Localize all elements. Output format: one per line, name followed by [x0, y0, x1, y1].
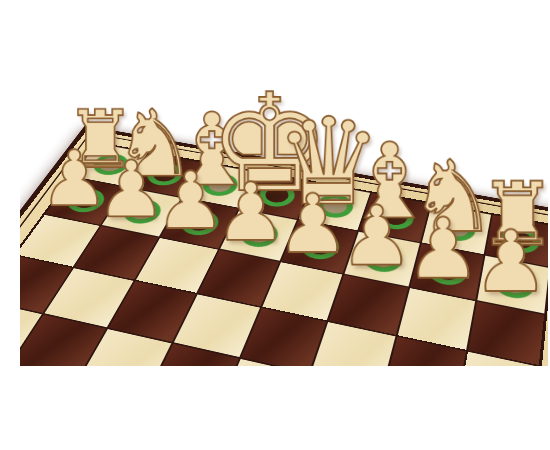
piece-white-pawn-a2[interactable]: ♟: [473, 219, 548, 304]
board-scene: 2 ♜♞♝♚♛♝♞♜♟♟♟♟♟♟♟♟: [20, 0, 548, 366]
chess-board: 2 ♜♞♝♚♛♝♞♜♟♟♟♟♟♟♟♟: [20, 125, 548, 366]
piece-white-pawn-d2[interactable]: ♟: [277, 183, 350, 264]
board-grid: ♜♞♝♚♛♝♞♜♟♟♟♟♟♟♟♟: [20, 142, 548, 366]
piece-white-pawn-c2[interactable]: ♟: [340, 195, 414, 277]
board-outer-edge: 2 ♜♞♝♚♛♝♞♜♟♟♟♟♟♟♟♟: [20, 125, 548, 366]
board-photo-crop: 2 ♜♞♝♚♛♝♞♜♟♟♟♟♟♟♟♟: [20, 0, 548, 366]
square-d4[interactable]: [241, 308, 326, 366]
board-frame: 2 ♜♞♝♚♛♝♞♜♟♟♟♟♟♟♟♟: [20, 129, 548, 366]
square-e4[interactable]: [174, 294, 260, 357]
square-e5[interactable]: [146, 344, 238, 366]
chess-set-photo: 2 ♜♞♝♚♛♝♞♜♟♟♟♟♟♟♟♟: [0, 0, 550, 450]
square-c4[interactable]: [311, 322, 395, 366]
piece-white-pawn-b2[interactable]: ♟: [405, 207, 480, 291]
square-f5[interactable]: [78, 329, 172, 366]
